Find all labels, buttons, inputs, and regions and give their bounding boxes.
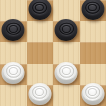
- square-r4-c1[interactable]: [27, 85, 54, 106]
- square-r2-c0[interactable]: [0, 42, 27, 63]
- square-r0-c1[interactable]: [27, 0, 54, 21]
- square-r4-c2[interactable]: [53, 85, 80, 106]
- square-r3-c0[interactable]: [0, 64, 27, 85]
- square-r0-c2[interactable]: [53, 0, 80, 21]
- white-man[interactable]: [81, 83, 104, 105]
- piece-top-face: [3, 63, 23, 80]
- black-man[interactable]: [2, 19, 25, 41]
- piece-top-face: [30, 0, 50, 16]
- square-r1-c0[interactable]: [0, 21, 27, 42]
- piece-top-face: [56, 20, 76, 37]
- piece-inner-ring: [62, 25, 71, 33]
- piece-top-face: [83, 84, 103, 101]
- square-r3-c1[interactable]: [27, 64, 54, 85]
- black-man[interactable]: [81, 0, 104, 20]
- square-r4-c0[interactable]: [0, 85, 27, 106]
- piece-top-face: [56, 63, 76, 80]
- black-man[interactable]: [55, 19, 78, 41]
- square-r2-c3[interactable]: [80, 42, 107, 63]
- piece-top-face: [3, 20, 23, 37]
- square-r0-c0[interactable]: [0, 0, 27, 21]
- piece-inner-ring: [9, 25, 18, 33]
- white-man[interactable]: [2, 62, 25, 84]
- square-r3-c2[interactable]: [53, 64, 80, 85]
- square-r2-c1[interactable]: [27, 42, 54, 63]
- square-r2-c2[interactable]: [53, 42, 80, 63]
- square-r0-c3[interactable]: [80, 0, 107, 21]
- piece-inner-ring: [35, 89, 44, 97]
- piece-inner-ring: [35, 4, 44, 12]
- white-man[interactable]: [55, 62, 78, 84]
- black-man[interactable]: [28, 0, 51, 20]
- square-r1-c3[interactable]: [80, 21, 107, 42]
- square-r3-c3[interactable]: [80, 64, 107, 85]
- piece-inner-ring: [62, 67, 71, 75]
- piece-top-face: [83, 0, 103, 16]
- square-r1-c1[interactable]: [27, 21, 54, 42]
- square-r1-c2[interactable]: [53, 21, 80, 42]
- piece-inner-ring: [88, 89, 97, 97]
- piece-inner-ring: [9, 67, 18, 75]
- piece-inner-ring: [88, 4, 97, 12]
- white-man[interactable]: [28, 83, 51, 105]
- checkers-board: [0, 0, 106, 106]
- piece-top-face: [30, 84, 50, 101]
- square-r4-c3[interactable]: [80, 85, 107, 106]
